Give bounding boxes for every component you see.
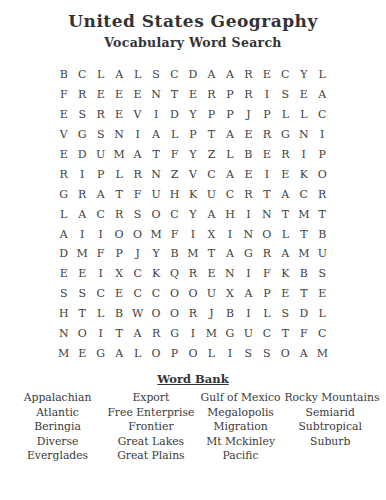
grid-cell-r1c14: Y [295,65,313,85]
grid-cell-r1c4: A [110,65,128,85]
grid-cell-r1c12: E [258,65,276,85]
grid-cell-r3c1: E [55,105,73,125]
grid-cell-r10c8: M [184,244,202,264]
word-bank-item: Export [105,391,197,405]
grid-cell-r2c10: P [221,85,239,105]
grid-cell-r15c3: G [91,343,109,363]
grid-cell-r11c13: K [276,264,294,284]
grid-cell-r3c11: J [239,105,257,125]
grid-cell-r8c3: C [91,204,109,224]
grid-cell-r11c2: E [73,264,91,284]
grid-cell-r2c14: E [295,85,313,105]
grid-cell-r13c8: R [184,304,202,324]
grid-cell-r12c7: O [165,284,183,304]
page-subtitle: Vocabulary Word Search [0,31,386,50]
grid-cell-r8c9: A [202,204,220,224]
grid-cell-r4c2: G [73,125,91,145]
word-bank-item: Rocky Mountains [284,391,376,405]
grid-cell-r10c15: U [313,244,331,264]
grid-cell-r4c5: I [128,125,146,145]
grid-cell-r4c9: T [202,125,220,145]
grid-cell-r5c8: Y [184,145,202,165]
grid-cell-r4c11: E [239,125,257,145]
grid-cell-r7c11: R [239,184,257,204]
grid-cell-r9c3: I [91,224,109,244]
grid-cell-r7c1: G [55,184,73,204]
word-bank-item: Megalopolis [197,406,285,420]
grid-cell-r9c12: O [258,224,276,244]
grid-cell-r1c11: R [239,65,257,85]
grid-cell-r15c7: P [165,343,183,363]
grid-cell-r1c10: A [221,65,239,85]
grid-cell-r11c8: R [184,264,202,284]
grid-cell-r5c3: U [91,145,109,165]
grid-cell-r14c2: O [73,324,91,344]
grid-cell-r3c7: D [165,105,183,125]
grid-cell-r8c1: L [55,204,73,224]
grid-cell-r10c14: M [295,244,313,264]
grid-cell-r12c4: E [110,284,128,304]
grid-cell-r11c7: Q [165,264,183,284]
word-bank-heading: Word Bank [0,372,386,386]
grid-cell-r6c8: V [184,164,202,184]
grid-cell-r11c12: F [258,264,276,284]
grid-cell-r14c4: T [110,324,128,344]
grid-cell-r2c2: R [73,85,91,105]
word-bank-column-3: Gulf of MexicoMegalopolisMigrationMt Mck… [197,391,285,463]
grid-cell-r12c12: P [258,284,276,304]
grid-cell-r8c10: H [221,204,239,224]
grid-cell-r10c11: G [239,244,257,264]
grid-cell-r1c13: C [276,65,294,85]
grid-cell-r3c6: I [147,105,165,125]
word-search-grid: BCLALSCDAARECYLFREEENTERPRISEAESREVIDYPP… [55,65,332,363]
grid-cell-r10c9: T [202,244,220,264]
grid-cell-r3c4: E [110,105,128,125]
word-bank-item: Everglades [10,449,105,463]
grid-cell-r14c15: C [313,324,331,344]
grid-cell-r7c8: K [184,184,202,204]
grid-cell-r13c1: H [55,304,73,324]
grid-cell-r6c14: K [295,164,313,184]
grid-cell-r12c6: C [147,284,165,304]
grid-cell-r6c6: N [147,164,165,184]
grid-cell-r5c9: Z [202,145,220,165]
grid-cell-r10c5: J [128,244,146,264]
grid-cell-r13c13: S [276,304,294,324]
word-bank-column-1: AppalachianAtlanticBeringiaDiverseEvergl… [10,391,105,463]
grid-cell-r9c5: O [128,224,146,244]
grid-cell-r3c12: P [258,105,276,125]
grid-cell-r11c3: I [91,264,109,284]
grid-cell-r4c15: I [313,125,331,145]
grid-cell-r2c12: I [258,85,276,105]
grid-cell-r10c1: D [55,244,73,264]
grid-cell-r12c15: E [313,284,331,304]
grid-cell-r8c7: C [165,204,183,224]
grid-cell-r12c1: S [55,284,73,304]
grid-cell-r2c5: E [128,85,146,105]
grid-cell-r3c14: L [295,105,313,125]
word-bank-item: Gulf of Mexico [197,391,285,405]
grid-cell-r2c3: E [91,85,109,105]
grid-cell-r7c6: U [147,184,165,204]
grid-cell-r6c10: A [221,164,239,184]
grid-cell-r13c2: T [73,304,91,324]
grid-cell-r13c4: B [110,304,128,324]
grid-cell-r6c3: P [91,164,109,184]
grid-cell-r2c6: N [147,85,165,105]
grid-cell-r4c6: A [147,125,165,145]
grid-cell-r4c13: G [276,125,294,145]
grid-cell-r8c13: T [276,204,294,224]
grid-cell-r8c8: Y [184,204,202,224]
grid-cell-r6c2: I [73,164,91,184]
grid-cell-r5c5: A [128,145,146,165]
grid-cell-r2c4: E [110,85,128,105]
grid-cell-r6c9: C [202,164,220,184]
grid-cell-r9c9: X [202,224,220,244]
grid-cell-r4c3: S [91,125,109,145]
word-bank-item: Diverse [10,435,105,449]
grid-cell-r15c10: I [221,343,239,363]
word-bank: AppalachianAtlanticBeringiaDiverseEvergl… [10,391,376,463]
grid-cell-r2c9: R [202,85,220,105]
grid-cell-r8c4: R [110,204,128,224]
grid-cell-r5c13: R [276,145,294,165]
grid-cell-r5c7: F [165,145,183,165]
grid-cell-r3c13: L [276,105,294,125]
grid-cell-r4c12: R [258,125,276,145]
word-bank-item: Free Enterprise [105,406,197,420]
grid-cell-r13c10: B [221,304,239,324]
word-bank-item: Suburb [284,435,376,449]
grid-cell-r12c8: O [184,284,202,304]
grid-cell-r10c12: R [258,244,276,264]
grid-cell-r7c14: C [295,184,313,204]
grid-cell-r2c13: S [276,85,294,105]
grid-cell-r11c5: C [128,264,146,284]
grid-cell-r4c1: V [55,125,73,145]
word-bank-item: Migration [197,420,285,434]
grid-cell-r14c9: M [202,324,220,344]
grid-cell-r1c15: L [313,65,331,85]
grid-cell-r7c2: R [73,184,91,204]
page-title: United States Geography [0,0,386,31]
grid-cell-r15c1: M [55,343,73,363]
grid-cell-r7c13: A [276,184,294,204]
grid-cell-r3c5: V [128,105,146,125]
grid-cell-r8c2: A [73,204,91,224]
grid-cell-r15c9: L [202,343,220,363]
grid-cell-r3c2: S [73,105,91,125]
word-bank-item: Great Plains [105,449,197,463]
grid-cell-r6c1: R [55,164,73,184]
word-bank-column-2: ExportFree EnterpriseFrontierGreat Lakes… [105,391,197,463]
word-bank-item: Atlantic [10,406,105,420]
grid-cell-r11c15: S [313,264,331,284]
grid-cell-r1c5: L [128,65,146,85]
grid-cell-r5c12: E [258,145,276,165]
grid-cell-r7c5: F [128,184,146,204]
word-bank-item: Beringia [10,420,105,434]
grid-cell-r14c5: A [128,324,146,344]
grid-cell-r10c7: B [165,244,183,264]
grid-cell-r15c14: A [295,343,313,363]
grid-cell-r5c15: P [313,145,331,165]
grid-cell-r13c11: I [239,304,257,324]
word-bank-item: Subtropical [284,420,376,434]
grid-cell-r7c7: H [165,184,183,204]
grid-cell-r1c1: B [55,65,73,85]
grid-cell-r3c10: P [221,105,239,125]
grid-cell-r13c5: W [128,304,146,324]
grid-cell-r3c9: P [202,105,220,125]
grid-cell-r2c1: F [55,85,73,105]
grid-cell-r14c7: G [165,324,183,344]
grid-cell-r15c2: E [73,343,91,363]
grid-cell-r13c15: L [313,304,331,324]
grid-cell-r1c2: C [73,65,91,85]
grid-cell-r4c7: L [165,125,183,145]
grid-cell-r5c6: T [147,145,165,165]
grid-cell-r11c4: X [110,264,128,284]
grid-cell-r7c4: T [110,184,128,204]
grid-cell-r7c12: T [258,184,276,204]
grid-cell-r9c15: B [313,224,331,244]
grid-cell-r13c14: D [295,304,313,324]
grid-cell-r7c10: C [221,184,239,204]
grid-cell-r14c10: G [221,324,239,344]
grid-cell-r8c14: M [295,204,313,224]
grid-cell-r5c10: L [221,145,239,165]
worksheet-page: United States Geography Vocabulary Word … [0,0,386,500]
grid-cell-r9c7: F [165,224,183,244]
grid-cell-r4c14: N [295,125,313,145]
grid-cell-r2c7: T [165,85,183,105]
grid-cell-r13c12: L [258,304,276,324]
grid-cell-r6c4: L [110,164,128,184]
grid-cell-r5c1: E [55,145,73,165]
word-bank-item: Great Lakes [105,435,197,449]
grid-cell-r8c15: T [313,204,331,224]
grid-cell-r9c2: I [73,224,91,244]
grid-cell-r11c14: B [295,264,313,284]
grid-cell-r2c8: E [184,85,202,105]
grid-cell-r12c13: E [276,284,294,304]
grid-cell-r1c9: A [202,65,220,85]
grid-cell-r5c11: B [239,145,257,165]
grid-cell-r8c6: O [147,204,165,224]
grid-cell-r15c5: L [128,343,146,363]
grid-cell-r11c10: N [221,264,239,284]
grid-cell-r11c1: E [55,264,73,284]
word-bank-item: Pacific [197,449,285,463]
grid-cell-r13c6: O [147,304,165,324]
grid-cell-r9c11: N [239,224,257,244]
grid-cell-r15c6: O [147,343,165,363]
grid-cell-r4c8: P [184,125,202,145]
grid-cell-r14c13: T [276,324,294,344]
grid-cell-r9c13: L [276,224,294,244]
grid-cell-r14c12: C [258,324,276,344]
grid-cell-r3c8: Y [184,105,202,125]
grid-cell-r6c11: E [239,164,257,184]
grid-cell-r14c1: N [55,324,73,344]
grid-cell-r12c11: A [239,284,257,304]
grid-cell-r15c11: S [239,343,257,363]
grid-cell-r13c3: L [91,304,109,324]
grid-cell-r8c12: N [258,204,276,224]
grid-cell-r7c15: R [313,184,331,204]
grid-cell-r5c4: M [110,145,128,165]
grid-cell-r9c14: T [295,224,313,244]
grid-cell-r11c11: I [239,264,257,284]
grid-cell-r15c12: S [258,343,276,363]
grid-cell-r4c10: A [221,125,239,145]
grid-cell-r5c14: I [295,145,313,165]
word-bank-item: Appalachian [10,391,105,405]
grid-cell-r13c9: J [202,304,220,324]
grid-cell-r9c8: I [184,224,202,244]
grid-cell-r15c13: O [276,343,294,363]
grid-cell-r6c13: E [276,164,294,184]
grid-cell-r12c2: S [73,284,91,304]
grid-cell-r9c4: O [110,224,128,244]
grid-cell-r13c7: O [165,304,183,324]
grid-cell-r7c9: U [202,184,220,204]
grid-cell-r8c5: S [128,204,146,224]
grid-cell-r1c6: S [147,65,165,85]
grid-cell-r10c10: A [221,244,239,264]
grid-cell-r15c15: M [313,343,331,363]
grid-cell-r11c9: E [202,264,220,284]
grid-cell-r15c4: A [110,343,128,363]
grid-cell-r3c3: R [91,105,109,125]
grid-cell-r6c15: O [313,164,331,184]
grid-cell-r8c11: I [239,204,257,224]
grid-cell-r10c2: M [73,244,91,264]
grid-cell-r9c1: A [55,224,73,244]
grid-cell-r12c3: C [91,284,109,304]
grid-cell-r1c8: D [184,65,202,85]
grid-cell-r7c3: A [91,184,109,204]
grid-cell-r10c3: F [91,244,109,264]
grid-cell-r15c8: O [184,343,202,363]
grid-cell-r6c12: I [258,164,276,184]
grid-cell-r12c14: T [295,284,313,304]
grid-cell-r5c2: D [73,145,91,165]
grid-cell-r4c4: N [110,125,128,145]
grid-cell-r6c7: Z [165,164,183,184]
word-bank-item: Semiarid [284,406,376,420]
grid-cell-r12c10: X [221,284,239,304]
grid-cell-r14c8: I [184,324,202,344]
grid-cell-r6c5: R [128,164,146,184]
grid-cell-r2c15: A [313,85,331,105]
grid-cell-r14c6: R [147,324,165,344]
grid-cell-r9c10: I [221,224,239,244]
word-bank-item: Frontier [105,420,197,434]
grid-cell-r1c7: C [165,65,183,85]
grid-cell-r12c9: U [202,284,220,304]
grid-cell-r9c6: M [147,224,165,244]
grid-cell-r14c14: F [295,324,313,344]
word-bank-column-4: Rocky MountainsSemiaridSubtropicalSuburb [284,391,376,463]
grid-cell-r14c3: I [91,324,109,344]
grid-cell-r10c4: P [110,244,128,264]
grid-cell-r1c3: L [91,65,109,85]
grid-cell-r10c6: Y [147,244,165,264]
grid-cell-r11c6: K [147,264,165,284]
grid-cell-r2c11: R [239,85,257,105]
word-bank-item: Mt Mckinley [197,435,285,449]
grid-cell-r12c5: C [128,284,146,304]
grid-cell-r14c11: U [239,324,257,344]
grid-cell-r10c13: A [276,244,294,264]
grid-cell-r3c15: C [313,105,331,125]
